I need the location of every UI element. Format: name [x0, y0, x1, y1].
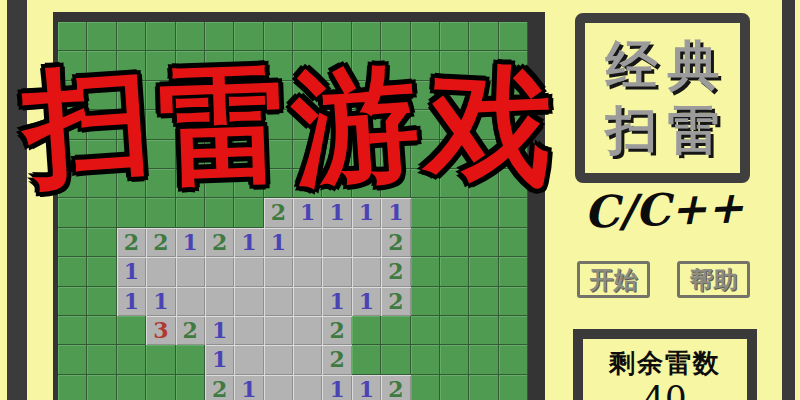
help-button[interactable]: 帮助	[677, 261, 750, 298]
hidden-cell[interactable]	[499, 81, 528, 110]
hidden-cell[interactable]	[146, 345, 175, 374]
hidden-cell[interactable]	[234, 51, 263, 80]
hidden-cell[interactable]	[293, 51, 322, 80]
hidden-cell[interactable]	[146, 198, 175, 227]
revealed-number-cell: 1	[322, 375, 351, 400]
hidden-cell[interactable]	[58, 198, 87, 227]
hidden-cell[interactable]	[381, 81, 410, 110]
revealed-number-cell: 2	[146, 228, 175, 257]
revealed-empty-cell	[234, 287, 263, 316]
hidden-cell[interactable]	[146, 110, 175, 139]
hidden-cell[interactable]	[117, 51, 146, 80]
hidden-cell[interactable]	[146, 140, 175, 169]
revealed-number-cell: 2	[381, 257, 410, 286]
hidden-cell[interactable]	[322, 110, 351, 139]
hidden-cell[interactable]	[411, 81, 440, 110]
hidden-cell[interactable]	[117, 140, 146, 169]
hidden-cell[interactable]	[87, 51, 116, 80]
hidden-cell[interactable]	[469, 198, 498, 227]
hidden-cell[interactable]	[176, 169, 205, 198]
revealed-empty-cell	[264, 287, 293, 316]
revealed-number-cell: 2	[381, 287, 410, 316]
hidden-cell[interactable]	[87, 140, 116, 169]
logo-line-1: 经典	[585, 37, 740, 94]
revealed-number-cell: 1	[352, 198, 381, 227]
hidden-cell[interactable]	[264, 81, 293, 110]
hidden-cell[interactable]	[293, 140, 322, 169]
hidden-cell[interactable]	[87, 81, 116, 110]
hidden-cell[interactable]	[117, 169, 146, 198]
hidden-cell[interactable]	[264, 110, 293, 139]
hidden-cell[interactable]	[440, 198, 469, 227]
revealed-number-cell: 1	[293, 198, 322, 227]
hidden-cell[interactable]	[499, 51, 528, 80]
hidden-cell[interactable]	[440, 22, 469, 51]
revealed-empty-cell	[322, 228, 351, 257]
hidden-cell[interactable]	[469, 257, 498, 286]
revealed-number-cell: 1	[176, 228, 205, 257]
hidden-cell[interactable]	[499, 140, 528, 169]
hidden-cell[interactable]	[411, 345, 440, 374]
hidden-cell[interactable]	[117, 316, 146, 345]
hidden-cell[interactable]	[411, 22, 440, 51]
right-frame-band	[782, 0, 795, 400]
hidden-cell[interactable]	[469, 169, 498, 198]
hidden-cell[interactable]	[234, 140, 263, 169]
hidden-cell[interactable]	[499, 228, 528, 257]
start-button[interactable]: 开始	[577, 261, 650, 298]
hidden-cell[interactable]	[352, 51, 381, 80]
hidden-cell[interactable]	[440, 110, 469, 139]
minesweeper-board[interactable]: 211112212112121111232121221112	[58, 22, 528, 400]
revealed-number-cell: 1	[234, 375, 263, 400]
hidden-cell[interactable]	[176, 375, 205, 400]
hidden-cell[interactable]	[411, 287, 440, 316]
revealed-number-cell: 2	[322, 316, 351, 345]
hidden-cell[interactable]	[440, 140, 469, 169]
hidden-cell[interactable]	[264, 140, 293, 169]
hidden-cell[interactable]	[469, 316, 498, 345]
revealed-number-cell: 2	[205, 375, 234, 400]
revealed-empty-cell	[352, 228, 381, 257]
revealed-empty-cell	[176, 287, 205, 316]
language-label: C/C++	[572, 181, 756, 238]
revealed-number-cell: 2	[264, 198, 293, 227]
hidden-cell[interactable]	[381, 22, 410, 51]
hidden-cell[interactable]	[352, 110, 381, 139]
mine-counter-value: 40	[583, 381, 747, 400]
revealed-number-cell: 2	[381, 228, 410, 257]
revealed-number-cell: 2	[381, 375, 410, 400]
hidden-cell[interactable]	[234, 110, 263, 139]
hidden-cell[interactable]	[87, 257, 116, 286]
hidden-cell[interactable]	[499, 316, 528, 345]
hidden-cell[interactable]	[264, 51, 293, 80]
revealed-empty-cell	[293, 228, 322, 257]
revealed-number-cell: 3	[146, 316, 175, 345]
hidden-cell[interactable]	[411, 140, 440, 169]
hidden-cell[interactable]	[87, 22, 116, 51]
revealed-number-cell: 1	[205, 345, 234, 374]
revealed-number-cell: 2	[205, 228, 234, 257]
hidden-cell[interactable]	[469, 51, 498, 80]
mine-counter-box: 剩余雷数 40	[573, 329, 757, 400]
hidden-cell[interactable]	[381, 316, 410, 345]
hidden-cell[interactable]	[440, 51, 469, 80]
hidden-cell[interactable]	[205, 140, 234, 169]
hidden-cell[interactable]	[322, 140, 351, 169]
hidden-cell[interactable]	[293, 110, 322, 139]
revealed-empty-cell	[234, 257, 263, 286]
hidden-cell[interactable]	[440, 228, 469, 257]
hidden-cell[interactable]	[411, 169, 440, 198]
hidden-cell[interactable]	[146, 375, 175, 400]
hidden-cell[interactable]	[87, 228, 116, 257]
revealed-empty-cell	[264, 345, 293, 374]
hidden-cell[interactable]	[411, 51, 440, 80]
revealed-empty-cell	[322, 257, 351, 286]
hidden-cell[interactable]	[469, 287, 498, 316]
hidden-cell[interactable]	[499, 22, 528, 51]
hidden-cell[interactable]	[58, 51, 87, 80]
hidden-cell[interactable]	[87, 345, 116, 374]
revealed-empty-cell	[293, 257, 322, 286]
hidden-cell[interactable]	[117, 198, 146, 227]
hidden-cell[interactable]	[381, 345, 410, 374]
hidden-cell[interactable]	[205, 169, 234, 198]
hidden-cell[interactable]	[58, 287, 87, 316]
hidden-cell[interactable]	[58, 140, 87, 169]
hidden-cell[interactable]	[234, 169, 263, 198]
hidden-cell[interactable]	[381, 51, 410, 80]
revealed-empty-cell	[146, 257, 175, 286]
revealed-number-cell: 1	[264, 228, 293, 257]
hidden-cell[interactable]	[176, 110, 205, 139]
hidden-cell[interactable]	[411, 228, 440, 257]
hidden-cell[interactable]	[234, 22, 263, 51]
hidden-cell[interactable]	[440, 257, 469, 286]
hidden-cell[interactable]	[87, 316, 116, 345]
revealed-empty-cell	[176, 257, 205, 286]
hidden-cell[interactable]	[117, 345, 146, 374]
revealed-number-cell: 1	[352, 375, 381, 400]
hidden-cell[interactable]	[146, 169, 175, 198]
hidden-cell[interactable]	[381, 140, 410, 169]
revealed-empty-cell	[293, 316, 322, 345]
hidden-cell[interactable]	[58, 345, 87, 374]
hidden-cell[interactable]	[87, 198, 116, 227]
hidden-cell[interactable]	[205, 51, 234, 80]
hidden-cell[interactable]	[411, 110, 440, 139]
hidden-cell[interactable]	[411, 257, 440, 286]
revealed-number-cell: 1	[234, 228, 263, 257]
hidden-cell[interactable]	[352, 81, 381, 110]
hidden-cell[interactable]	[117, 110, 146, 139]
hidden-cell[interactable]	[117, 375, 146, 400]
hidden-cell[interactable]	[176, 81, 205, 110]
revealed-number-cell: 1	[117, 257, 146, 286]
hidden-cell[interactable]	[440, 81, 469, 110]
hidden-cell[interactable]	[58, 375, 87, 400]
hidden-cell[interactable]	[469, 81, 498, 110]
hidden-cell[interactable]	[176, 140, 205, 169]
hidden-cell[interactable]	[440, 316, 469, 345]
hidden-cell[interactable]	[352, 169, 381, 198]
hidden-cell[interactable]	[117, 22, 146, 51]
hidden-cell[interactable]	[411, 316, 440, 345]
revealed-empty-cell	[234, 345, 263, 374]
hidden-cell[interactable]	[469, 22, 498, 51]
hidden-cell[interactable]	[146, 81, 175, 110]
hidden-cell[interactable]	[293, 22, 322, 51]
hidden-cell[interactable]	[58, 257, 87, 286]
hidden-cell[interactable]	[381, 169, 410, 198]
hidden-cell[interactable]	[176, 198, 205, 227]
revealed-number-cell: 1	[352, 287, 381, 316]
hidden-cell[interactable]	[411, 375, 440, 400]
revealed-empty-cell	[264, 375, 293, 400]
hidden-cell[interactable]	[469, 228, 498, 257]
hidden-cell[interactable]	[440, 287, 469, 316]
left-frame-band	[7, 0, 27, 400]
hidden-cell[interactable]	[469, 375, 498, 400]
revealed-number-cell: 1	[117, 287, 146, 316]
hidden-cell[interactable]	[146, 22, 175, 51]
revealed-number-cell: 2	[117, 228, 146, 257]
hidden-cell[interactable]	[264, 169, 293, 198]
hidden-cell[interactable]	[87, 169, 116, 198]
hidden-cell[interactable]	[440, 375, 469, 400]
hidden-cell[interactable]	[293, 169, 322, 198]
hidden-cell[interactable]	[322, 22, 351, 51]
hidden-cell[interactable]	[176, 22, 205, 51]
hidden-cell[interactable]	[352, 22, 381, 51]
hidden-cell[interactable]	[117, 81, 146, 110]
revealed-number-cell: 1	[146, 287, 175, 316]
revealed-empty-cell	[264, 316, 293, 345]
hidden-cell[interactable]	[322, 51, 351, 80]
hidden-cell[interactable]	[58, 316, 87, 345]
hidden-cell[interactable]	[58, 110, 87, 139]
revealed-number-cell: 2	[322, 345, 351, 374]
revealed-empty-cell	[293, 345, 322, 374]
hidden-cell[interactable]	[440, 345, 469, 374]
classic-minesweeper-logo: 经典 扫雷	[575, 13, 750, 183]
revealed-empty-cell	[205, 257, 234, 286]
hidden-cell[interactable]	[293, 81, 322, 110]
hidden-cell[interactable]	[381, 110, 410, 139]
revealed-empty-cell	[205, 287, 234, 316]
hidden-cell[interactable]	[499, 257, 528, 286]
revealed-empty-cell	[293, 287, 322, 316]
mine-counter-label: 剩余雷数	[583, 346, 747, 381]
hidden-cell[interactable]	[469, 345, 498, 374]
hidden-cell[interactable]	[176, 345, 205, 374]
hidden-cell[interactable]	[58, 169, 87, 198]
hidden-cell[interactable]	[205, 81, 234, 110]
hidden-cell[interactable]	[87, 375, 116, 400]
revealed-empty-cell	[264, 257, 293, 286]
board-frame: 211112212112121111232121221112	[53, 12, 545, 400]
hidden-cell[interactable]	[58, 228, 87, 257]
hidden-cell[interactable]	[264, 22, 293, 51]
revealed-empty-cell	[352, 257, 381, 286]
hidden-cell[interactable]	[499, 110, 528, 139]
hidden-cell[interactable]	[352, 345, 381, 374]
hidden-cell[interactable]	[87, 110, 116, 139]
hidden-cell[interactable]	[411, 198, 440, 227]
hidden-cell[interactable]	[234, 198, 263, 227]
hidden-cell[interactable]	[499, 345, 528, 374]
hidden-cell[interactable]	[87, 287, 116, 316]
hidden-cell[interactable]	[58, 22, 87, 51]
revealed-empty-cell	[234, 316, 263, 345]
hidden-cell[interactable]	[205, 22, 234, 51]
hidden-cell[interactable]	[322, 169, 351, 198]
hidden-cell[interactable]	[499, 375, 528, 400]
hidden-cell[interactable]	[234, 81, 263, 110]
hidden-cell[interactable]	[469, 110, 498, 139]
hidden-cell[interactable]	[469, 140, 498, 169]
hidden-cell[interactable]	[499, 287, 528, 316]
revealed-number-cell: 2	[176, 316, 205, 345]
hidden-cell[interactable]	[499, 198, 528, 227]
revealed-number-cell: 1	[322, 287, 351, 316]
hidden-cell[interactable]	[499, 169, 528, 198]
hidden-cell[interactable]	[176, 51, 205, 80]
revealed-number-cell: 1	[322, 198, 351, 227]
logo-line-2: 扫雷	[585, 102, 740, 159]
hidden-cell[interactable]	[146, 51, 175, 80]
hidden-cell[interactable]	[58, 81, 87, 110]
hidden-cell[interactable]	[205, 198, 234, 227]
hidden-cell[interactable]	[440, 169, 469, 198]
revealed-number-cell: 1	[381, 198, 410, 227]
hidden-cell[interactable]	[205, 110, 234, 139]
revealed-empty-cell	[293, 375, 322, 400]
hidden-cell[interactable]	[352, 140, 381, 169]
revealed-number-cell: 1	[205, 316, 234, 345]
hidden-cell[interactable]	[352, 316, 381, 345]
hidden-cell[interactable]	[322, 81, 351, 110]
